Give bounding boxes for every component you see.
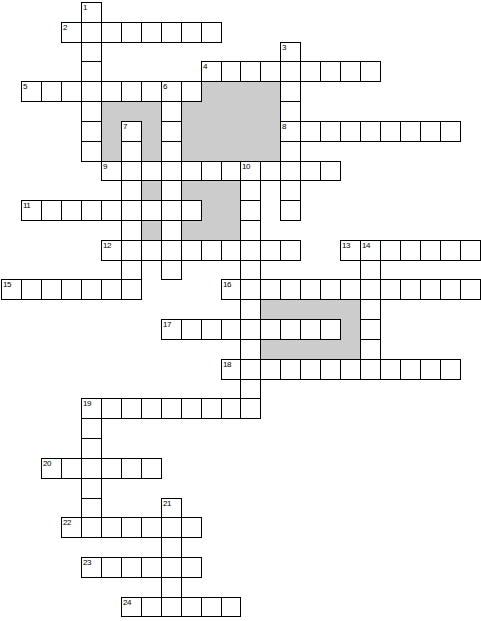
grid-cell[interactable] xyxy=(240,61,261,82)
grid-cell[interactable] xyxy=(81,61,102,82)
grid-cell[interactable] xyxy=(161,597,182,617)
grid-cell[interactable] xyxy=(61,517,82,538)
grid-cell[interactable] xyxy=(221,61,241,82)
grid-cell[interactable] xyxy=(260,161,281,181)
grid-cell[interactable] xyxy=(340,279,361,300)
grid-cell[interactable] xyxy=(81,101,102,122)
grid-cell[interactable] xyxy=(201,240,222,261)
grid-cell[interactable] xyxy=(280,121,301,142)
grid-cell[interactable] xyxy=(181,517,202,538)
grid-cell[interactable] xyxy=(181,22,202,43)
grid-cell[interactable] xyxy=(101,161,122,181)
grid-cell[interactable] xyxy=(121,180,142,201)
grid-cell[interactable] xyxy=(101,240,122,261)
grid-cell[interactable] xyxy=(360,299,381,320)
grid-cell[interactable] xyxy=(141,161,162,181)
grid-cell[interactable] xyxy=(141,458,162,479)
grid-cell[interactable] xyxy=(81,458,102,479)
grid-cell[interactable] xyxy=(161,121,182,142)
grid-cell[interactable] xyxy=(201,161,222,181)
grid-cell[interactable] xyxy=(1,279,22,300)
grid-cell[interactable] xyxy=(340,359,361,380)
grid-cell[interactable] xyxy=(141,398,162,419)
grid-cell[interactable] xyxy=(181,557,202,578)
grid-cell[interactable] xyxy=(280,240,301,261)
grid-cell[interactable] xyxy=(280,141,301,162)
grid-cell[interactable] xyxy=(121,121,142,142)
grid-cell[interactable] xyxy=(340,61,361,82)
grid-cell[interactable] xyxy=(260,359,281,380)
grid-cell[interactable] xyxy=(260,61,281,82)
grid-cell[interactable] xyxy=(221,161,241,181)
grid-cell[interactable] xyxy=(161,22,182,43)
grid-cell[interactable] xyxy=(420,279,441,300)
grid-cell[interactable] xyxy=(141,81,162,102)
grid-cell[interactable] xyxy=(81,42,102,62)
grid-cell[interactable] xyxy=(420,121,441,142)
grid-cell[interactable] xyxy=(81,200,102,221)
grid-cell[interactable] xyxy=(61,200,82,221)
grid-cell[interactable] xyxy=(101,398,122,419)
crossword-board: 123456789101112131415161718192021222324 xyxy=(0,0,481,621)
grid-cell[interactable] xyxy=(240,359,261,380)
grid-cell[interactable] xyxy=(380,279,401,300)
grid-cell[interactable] xyxy=(81,438,102,459)
grid-cell[interactable] xyxy=(121,260,142,280)
grid-cell[interactable] xyxy=(380,240,401,261)
grid-cell[interactable] xyxy=(260,240,281,261)
grid-cell[interactable] xyxy=(240,240,261,261)
grid-cell[interactable] xyxy=(280,359,301,380)
grid-cell[interactable] xyxy=(181,597,202,617)
grid-cell[interactable] xyxy=(240,180,261,201)
grid-cell[interactable] xyxy=(161,398,182,419)
grid-cell[interactable] xyxy=(61,22,82,43)
grid-cell[interactable] xyxy=(61,458,82,479)
grid-cell[interactable] xyxy=(201,61,222,82)
grid-cell[interactable] xyxy=(121,240,142,261)
grid-cell[interactable] xyxy=(280,81,301,102)
grid-cell[interactable] xyxy=(181,398,202,419)
grid-cell[interactable] xyxy=(460,240,481,261)
grid-cell[interactable] xyxy=(161,537,182,558)
grid-cell[interactable] xyxy=(161,557,182,578)
grid-cell[interactable] xyxy=(221,279,241,300)
grid-cell[interactable] xyxy=(420,240,441,261)
grid-cell[interactable] xyxy=(400,359,421,380)
grid-cell[interactable] xyxy=(21,200,42,221)
grid-cell[interactable] xyxy=(121,220,142,241)
grid-cell[interactable] xyxy=(61,81,82,102)
grid-cell[interactable] xyxy=(161,577,182,598)
grid-cell[interactable] xyxy=(240,220,261,241)
grid-cell[interactable] xyxy=(360,240,381,261)
grid-cell[interactable] xyxy=(101,81,122,102)
grid-cell[interactable] xyxy=(400,279,421,300)
grid-cell[interactable] xyxy=(300,161,321,181)
grid-cell[interactable] xyxy=(121,597,142,617)
grid-cell[interactable] xyxy=(121,458,142,479)
grid-cell[interactable] xyxy=(221,398,241,419)
grid-cell[interactable] xyxy=(121,161,142,181)
grid-cell[interactable] xyxy=(221,240,241,261)
grid-cell[interactable] xyxy=(240,260,261,280)
grid-cell[interactable] xyxy=(161,141,182,162)
grid-cell[interactable] xyxy=(101,22,122,43)
grid-cell[interactable] xyxy=(161,517,182,538)
grid-cell[interactable] xyxy=(161,200,182,221)
grid-cell[interactable] xyxy=(280,279,301,300)
grid-cell[interactable] xyxy=(121,398,142,419)
grid-cell[interactable] xyxy=(141,240,162,261)
grid-cell[interactable] xyxy=(300,121,321,142)
grid-cell[interactable] xyxy=(181,200,202,221)
grid-cell[interactable] xyxy=(340,240,361,261)
grid-cell[interactable] xyxy=(181,319,202,340)
grid-cell[interactable] xyxy=(320,61,341,82)
grid-cell[interactable] xyxy=(300,61,321,82)
grid-cell[interactable] xyxy=(81,279,102,300)
grid-cell[interactable] xyxy=(181,81,202,102)
grid-cell[interactable] xyxy=(41,200,62,221)
grid-cell[interactable] xyxy=(121,141,142,162)
grid-cell[interactable] xyxy=(121,279,142,300)
grid-cell[interactable] xyxy=(440,240,461,261)
grid-cell[interactable] xyxy=(81,141,102,162)
grid-cell[interactable] xyxy=(320,359,341,380)
grid-cell[interactable] xyxy=(280,319,301,340)
grid-cell[interactable] xyxy=(240,319,261,340)
grid-cell[interactable] xyxy=(201,398,222,419)
grid-cell[interactable] xyxy=(440,121,461,142)
grid-cell[interactable] xyxy=(400,121,421,142)
grid-cell[interactable] xyxy=(101,458,122,479)
grid-cell[interactable] xyxy=(240,161,261,181)
shaded-region-top-right-block xyxy=(201,81,280,161)
grid-cell[interactable] xyxy=(141,597,162,617)
grid-cell[interactable] xyxy=(360,339,381,360)
grid-cell[interactable] xyxy=(101,200,122,221)
grid-cell[interactable] xyxy=(280,101,301,122)
grid-cell[interactable] xyxy=(300,279,321,300)
grid-cell[interactable] xyxy=(360,61,381,82)
grid-cell[interactable] xyxy=(320,319,341,340)
grid-cell[interactable] xyxy=(260,279,281,300)
grid-cell[interactable] xyxy=(280,161,301,181)
grid-cell[interactable] xyxy=(201,319,222,340)
grid-cell[interactable] xyxy=(121,22,142,43)
grid-cell[interactable] xyxy=(161,498,182,518)
grid-cell[interactable] xyxy=(161,240,182,261)
grid-cell[interactable] xyxy=(161,101,182,122)
grid-cell[interactable] xyxy=(221,319,241,340)
grid-cell[interactable] xyxy=(280,200,301,221)
grid-cell[interactable] xyxy=(280,61,301,82)
shaded-region-top-left-block xyxy=(101,101,201,161)
grid-cell[interactable] xyxy=(141,200,162,221)
grid-cell[interactable] xyxy=(81,121,102,142)
grid-cell[interactable] xyxy=(320,121,341,142)
grid-cell[interactable] xyxy=(101,279,122,300)
grid-cell[interactable] xyxy=(240,299,261,320)
grid-cell[interactable] xyxy=(81,398,102,419)
grid-cell[interactable] xyxy=(360,359,381,380)
grid-cell[interactable] xyxy=(400,240,421,261)
grid-cell[interactable] xyxy=(141,22,162,43)
grid-cell[interactable] xyxy=(81,478,102,499)
grid-cell[interactable] xyxy=(41,81,62,102)
grid-cell[interactable] xyxy=(320,279,341,300)
grid-cell[interactable] xyxy=(101,557,122,578)
grid-cell[interactable] xyxy=(81,557,102,578)
grid-cell[interactable] xyxy=(360,121,381,142)
grid-cell[interactable] xyxy=(460,279,481,300)
grid-cell[interactable] xyxy=(340,121,361,142)
grid-cell[interactable] xyxy=(280,180,301,201)
grid-cell[interactable] xyxy=(240,398,261,419)
grid-cell[interactable] xyxy=(121,557,142,578)
grid-cell[interactable] xyxy=(141,557,162,578)
grid-cell[interactable] xyxy=(141,517,162,538)
grid-cell[interactable] xyxy=(221,359,241,380)
grid-cell[interactable] xyxy=(161,260,182,280)
grid-cell[interactable] xyxy=(181,161,202,181)
grid-cell[interactable] xyxy=(41,279,62,300)
grid-cell[interactable] xyxy=(240,279,261,300)
grid-cell[interactable] xyxy=(161,161,182,181)
grid-cell[interactable] xyxy=(81,517,102,538)
grid-cell[interactable] xyxy=(360,279,381,300)
grid-cell[interactable] xyxy=(440,279,461,300)
grid-cell[interactable] xyxy=(161,180,182,201)
grid-cell[interactable] xyxy=(81,2,102,23)
grid-cell[interactable] xyxy=(280,42,301,62)
grid-cell[interactable] xyxy=(201,22,222,43)
grid-cell[interactable] xyxy=(300,359,321,380)
grid-cell[interactable] xyxy=(240,339,261,360)
grid-cell[interactable] xyxy=(121,200,142,221)
grid-cell[interactable] xyxy=(81,418,102,439)
grid-cell[interactable] xyxy=(121,81,142,102)
grid-cell[interactable] xyxy=(300,319,321,340)
grid-cell[interactable] xyxy=(181,240,202,261)
grid-cell[interactable] xyxy=(380,121,401,142)
grid-cell[interactable] xyxy=(201,597,222,617)
grid-cell[interactable] xyxy=(420,359,441,380)
grid-cell[interactable] xyxy=(161,81,182,102)
grid-cell[interactable] xyxy=(81,22,102,43)
grid-cell[interactable] xyxy=(320,161,341,181)
grid-cell[interactable] xyxy=(81,81,102,102)
grid-cell[interactable] xyxy=(380,359,401,380)
grid-cell[interactable] xyxy=(161,319,182,340)
grid-cell[interactable] xyxy=(240,200,261,221)
grid-cell[interactable] xyxy=(101,517,122,538)
grid-cell[interactable] xyxy=(240,379,261,399)
grid-cell[interactable] xyxy=(41,458,62,479)
grid-cell[interactable] xyxy=(81,498,102,518)
grid-cell[interactable] xyxy=(221,597,241,617)
grid-cell[interactable] xyxy=(260,319,281,340)
grid-cell[interactable] xyxy=(61,279,82,300)
grid-cell[interactable] xyxy=(360,260,381,280)
grid-cell[interactable] xyxy=(440,359,461,380)
grid-cell[interactable] xyxy=(21,81,42,102)
grid-cell[interactable] xyxy=(121,517,142,538)
grid-cell[interactable] xyxy=(161,220,182,241)
grid-cell[interactable] xyxy=(21,279,42,300)
grid-cell[interactable] xyxy=(360,319,381,340)
